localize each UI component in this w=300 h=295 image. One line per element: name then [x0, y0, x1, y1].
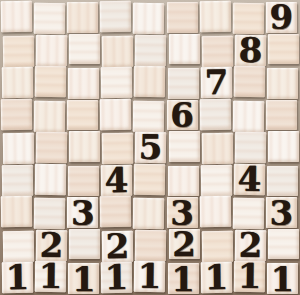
stamped-number-glyph: 1 [204, 263, 228, 293]
stamped-number-glyph: 1 [72, 264, 96, 294]
number-tile-4[interactable]: 4 [101, 165, 132, 196]
blank-wood-tile[interactable] [169, 131, 200, 162]
number-tile-5[interactable]: 5 [135, 132, 166, 163]
stamped-number-glyph: 4 [237, 164, 261, 194]
blank-wood-tile[interactable] [100, 1, 131, 32]
stamped-number-glyph: 9 [270, 2, 294, 32]
number-tile-8[interactable]: 8 [235, 34, 266, 65]
stamped-number-glyph: 3 [270, 198, 294, 228]
number-tile-1[interactable]: 1 [168, 263, 199, 294]
blank-wood-tile[interactable] [1, 98, 32, 129]
number-tile-6[interactable]: 6 [167, 100, 198, 131]
number-tile-1[interactable]: 1 [134, 261, 165, 292]
blank-wood-tile[interactable] [199, 1, 230, 32]
blank-wood-tile[interactable] [3, 35, 34, 66]
stamped-number-glyph: 7 [204, 67, 228, 97]
stamped-number-glyph: 1 [39, 262, 63, 292]
blank-wood-tile[interactable] [266, 100, 297, 131]
blank-wood-tile[interactable] [135, 34, 166, 65]
blank-wood-tile[interactable] [200, 165, 231, 196]
blank-wood-tile[interactable] [102, 35, 133, 66]
blank-wood-tile[interactable] [199, 98, 230, 129]
blank-wood-tile[interactable] [67, 2, 98, 33]
blank-wood-tile[interactable] [35, 164, 66, 195]
blank-wood-tile[interactable] [100, 98, 131, 129]
blank-wood-tile[interactable] [2, 67, 33, 98]
blank-wood-tile[interactable] [167, 2, 198, 33]
stamped-number-glyph: 8 [238, 35, 262, 65]
number-tile-2[interactable]: 2 [169, 229, 200, 260]
blank-wood-tile[interactable] [268, 229, 299, 260]
blank-wood-tile[interactable] [101, 67, 132, 98]
blank-wood-tile[interactable] [69, 131, 100, 162]
blank-wood-tile[interactable] [100, 196, 131, 227]
blank-wood-tile[interactable] [134, 66, 165, 97]
stamped-number-glyph: 1 [138, 262, 162, 292]
number-tile-1[interactable]: 1 [101, 262, 132, 293]
blank-wood-tile[interactable] [34, 3, 65, 34]
blank-wood-tile[interactable] [68, 68, 99, 99]
blank-wood-tile[interactable] [3, 133, 34, 164]
blank-wood-tile[interactable] [36, 132, 67, 163]
blank-wood-tile[interactable] [69, 34, 100, 65]
blank-wood-tile[interactable] [36, 34, 67, 65]
number-tile-9[interactable]: 9 [266, 2, 297, 33]
stamped-number-glyph: 5 [139, 132, 163, 162]
blank-wood-tile[interactable] [134, 164, 165, 195]
stamped-number-glyph: 3 [170, 198, 194, 228]
stamped-number-glyph: 1 [171, 264, 195, 294]
blank-wood-tile[interactable] [233, 3, 264, 34]
number-tile-3[interactable]: 3 [67, 197, 98, 228]
blank-wood-tile[interactable] [133, 3, 164, 34]
blank-wood-tile[interactable] [233, 100, 264, 131]
stamped-number-glyph: 1 [6, 263, 30, 293]
blank-wood-tile[interactable] [268, 34, 299, 65]
blank-wood-tile[interactable] [1, 1, 32, 32]
blank-wood-tile[interactable] [1, 196, 32, 227]
blank-wood-tile[interactable] [199, 196, 230, 227]
number-tile-4[interactable]: 4 [234, 164, 265, 195]
number-tile-3[interactable]: 3 [266, 197, 297, 228]
blank-wood-tile[interactable] [267, 68, 298, 99]
stamped-number-glyph: 2 [172, 229, 196, 259]
number-tile-1[interactable]: 1 [35, 261, 66, 292]
blank-wood-tile[interactable] [69, 229, 100, 260]
stamped-number-glyph: 1 [105, 263, 129, 293]
number-tile-1[interactable]: 1 [200, 262, 231, 293]
stamped-number-glyph: 1 [237, 262, 261, 292]
blank-wood-tile[interactable] [34, 100, 65, 131]
blank-wood-tile[interactable] [2, 165, 33, 196]
number-tile-1[interactable]: 1 [267, 263, 298, 294]
stamped-number-glyph: 6 [170, 100, 194, 130]
blank-wood-tile[interactable] [201, 133, 232, 164]
blank-wood-tile[interactable] [234, 66, 265, 97]
number-tile-7[interactable]: 7 [200, 67, 231, 98]
number-tile-1[interactable]: 1 [2, 262, 33, 293]
blank-wood-tile[interactable] [268, 131, 299, 162]
stamped-number-glyph: 4 [105, 165, 129, 195]
blank-wood-tile[interactable] [35, 66, 66, 97]
stamped-number-glyph: 3 [71, 198, 95, 228]
number-tile-1[interactable]: 1 [68, 263, 99, 294]
blank-wood-tile[interactable] [133, 198, 164, 229]
blank-wood-tile[interactable] [169, 34, 200, 65]
blank-wood-tile[interactable] [67, 100, 98, 131]
number-tile-1[interactable]: 1 [234, 261, 265, 292]
board: 98765443332222111111111 [0, 0, 300, 295]
stamped-number-glyph: 1 [271, 264, 295, 294]
